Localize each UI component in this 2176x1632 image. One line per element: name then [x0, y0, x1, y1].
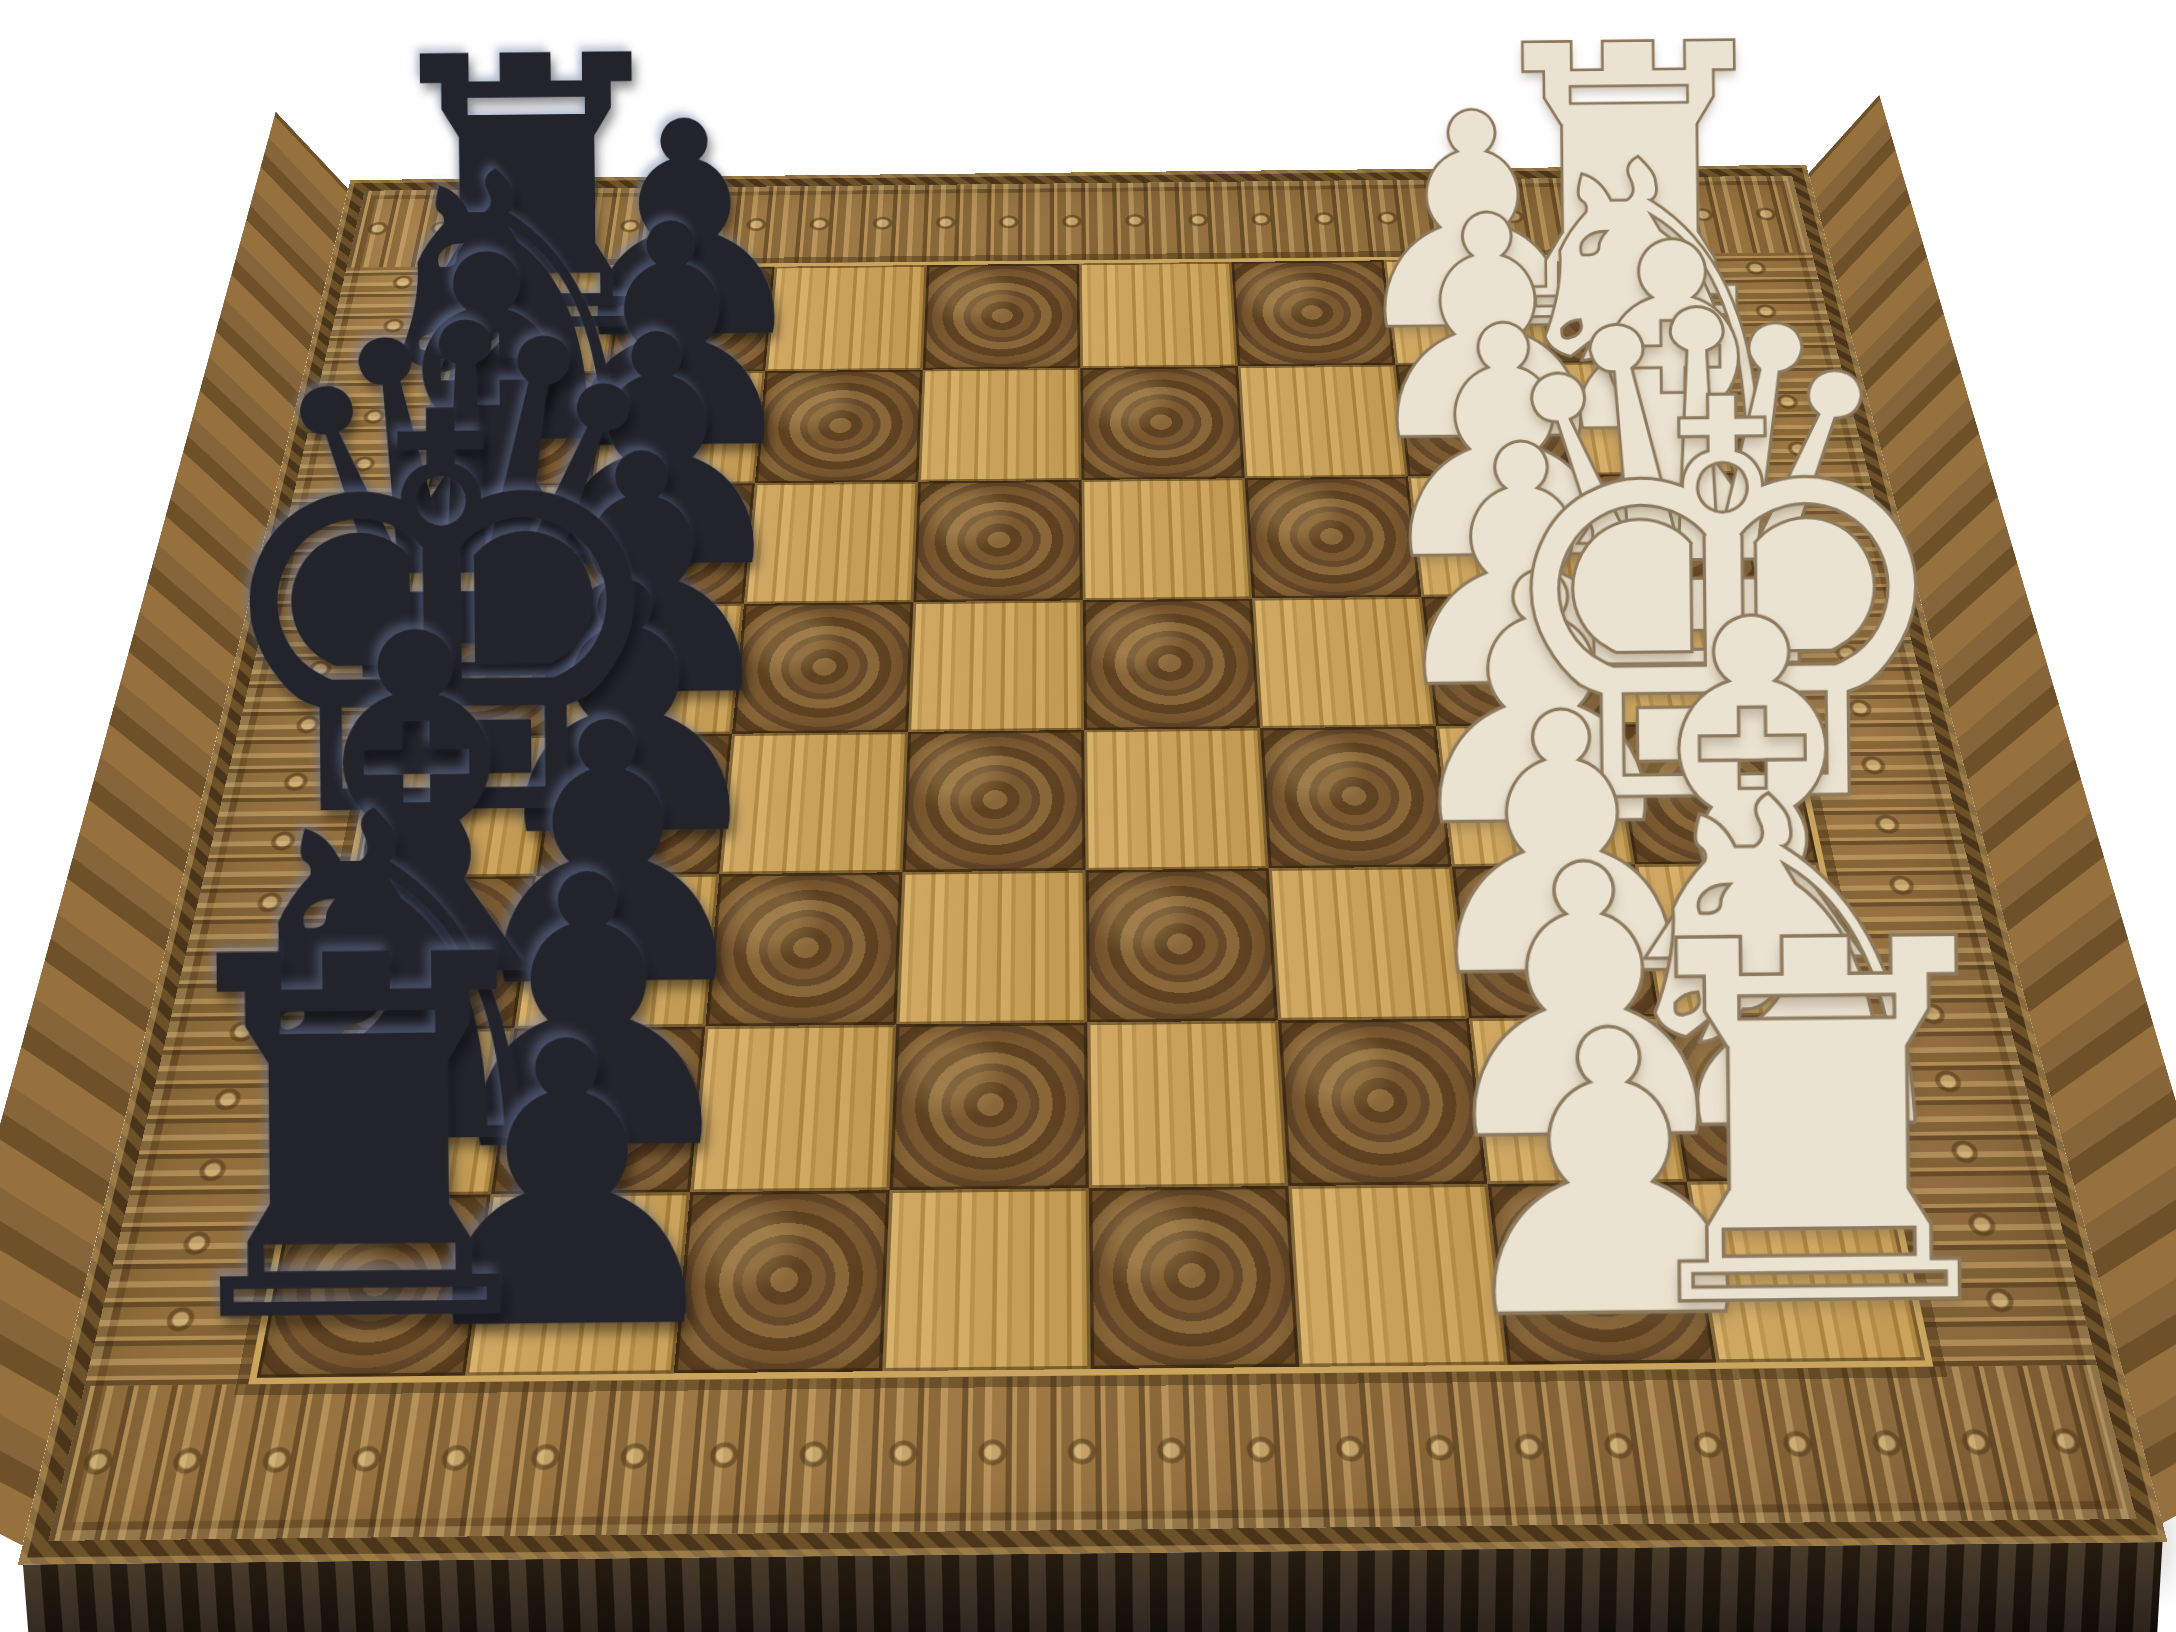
square-h8: ♜	[257, 1194, 491, 1377]
square-c5	[913, 480, 1082, 602]
square-h1: ♜	[1687, 1180, 1925, 1363]
square-e5	[902, 730, 1085, 872]
board-grid: ♜♟♟♜♞♟♟♞♝♟♟♝♛♟♟♛♚♟♟♚♝♟♟♝♞♟♟♞♜♟♟♜	[248, 254, 1933, 1385]
camera-tilt: ♜♟♟♜♞♟♟♞♝♟♟♝♛♟♟♛♚♟♟♚♝♟♟♝♞♟♟♞♜♟♟♜	[0, 0, 2176, 1632]
square-a5	[923, 264, 1081, 370]
square-d4	[1083, 599, 1260, 731]
square-g4	[1087, 1020, 1288, 1188]
square-d5	[908, 600, 1084, 732]
board-outer-rim: ♜♟♟♜♞♟♟♞♝♟♟♝♛♟♟♛♚♟♟♚♝♟♟♝♞♟♟♞♜♟♟♜	[18, 165, 2167, 1565]
photo-canvas: ♜♟♟♜♞♟♟♞♝♟♟♝♛♟♟♛♚♟♟♚♝♟♟♝♞♟♟♞♜♟♟♜	[0, 0, 2176, 1632]
board-carved-frame: ♜♟♟♜♞♟♟♞♝♟♟♝♛♟♟♛♚♟♟♚♝♟♟♝♞♟♟♞♜♟♟♜	[48, 176, 2136, 1541]
square-a4	[1079, 262, 1238, 368]
square-f4	[1086, 868, 1278, 1022]
square-f5	[896, 870, 1087, 1024]
scene: ♜♟♟♜♞♟♟♞♝♟♟♝♛♟♟♛♚♟♟♚♝♟♟♝♞♟♟♞♜♟♟♜	[0, 0, 2176, 1632]
square-c4	[1081, 478, 1252, 600]
square-b5	[918, 368, 1081, 482]
piece-white-rook: ♜	[1593, 896, 2044, 1358]
square-h4	[1089, 1186, 1299, 1369]
piece-black-rook: ♜	[133, 911, 584, 1373]
square-b4	[1080, 366, 1244, 480]
chess-board: ♜♟♟♜♞♟♟♞♝♟♟♝♛♟♟♛♚♟♟♚♝♟♟♝♞♟♟♞♜♟♟♜	[18, 165, 2167, 1565]
square-e4	[1084, 728, 1269, 870]
square-h5	[882, 1188, 1091, 1371]
square-g5	[890, 1022, 1089, 1190]
frame-frieze-bottom	[48, 1365, 2136, 1541]
